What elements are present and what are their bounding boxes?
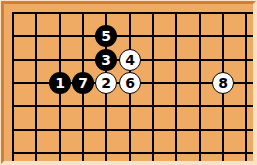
stone-black-5: 5 xyxy=(95,25,117,47)
grid-line-horizontal xyxy=(12,152,253,154)
grid-line-vertical xyxy=(199,12,201,161)
stone-white-2: 2 xyxy=(95,72,117,94)
stone-black-7: 7 xyxy=(72,72,94,94)
stone-white-4: 4 xyxy=(119,49,141,71)
grid-line-horizontal xyxy=(12,105,253,107)
grid-line-vertical xyxy=(152,12,154,161)
grid-line-horizontal xyxy=(12,12,253,14)
stone-white-6: 6 xyxy=(119,72,141,94)
grid-line-horizontal xyxy=(12,35,253,37)
grid-line-vertical xyxy=(12,12,14,161)
stone-black-1: 1 xyxy=(49,72,71,94)
grid-line-vertical xyxy=(175,12,177,161)
grid-line-horizontal xyxy=(12,129,253,131)
grid-line-vertical xyxy=(245,12,247,161)
grid-line-vertical xyxy=(35,12,37,161)
diagram-frame: 12345678 xyxy=(0,0,257,165)
stone-black-3: 3 xyxy=(95,49,117,71)
go-board: 12345678 xyxy=(1,1,256,164)
stone-white-8: 8 xyxy=(212,72,234,94)
